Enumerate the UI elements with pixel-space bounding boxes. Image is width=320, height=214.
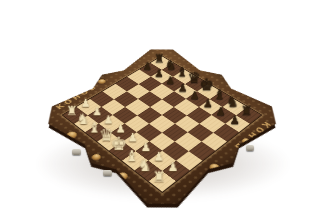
chess-board: КОНОВ КОНОВ ♜♞♝♛♚♝♞♜♟♟♟♟♟♟♟♟♟♟♟♟♟♟♟♟♜♞♝♛…: [32, 40, 292, 214]
product-photo: КОНОВ КОНОВ ♜♞♝♛♚♝♞♜♟♟♟♟♟♟♟♟♟♟♟♟♟♟♟♟♜♞♝♛…: [0, 0, 320, 214]
metal-latch: [72, 149, 81, 155]
scene: КОНОВ КОНОВ ♜♞♝♛♚♝♞♜♟♟♟♟♟♟♟♟♟♟♟♟♟♟♟♟♜♞♝♛…: [0, 0, 320, 214]
carved-rosette: [115, 171, 129, 182]
metal-latch: [103, 170, 112, 176]
board-grid: ♜♞♝♛♚♝♞♜♟♟♟♟♟♟♟♟♟♟♟♟♟♟♟♟♜♞♝♛♚♝♞♜: [63, 56, 261, 192]
carved-rosette: [90, 153, 102, 162]
carved-rosette: [64, 130, 79, 140]
metal-latch: [246, 145, 254, 151]
